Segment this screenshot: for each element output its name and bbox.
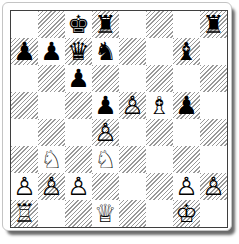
square-d5[interactable]: ♟ <box>92 92 119 119</box>
square-a3[interactable] <box>11 146 38 173</box>
square-g1[interactable]: ♔ <box>173 200 200 227</box>
square-a6[interactable] <box>11 65 38 92</box>
square-f5[interactable]: ♗ <box>146 92 173 119</box>
square-a2[interactable]: ♙ <box>11 173 38 200</box>
square-h7[interactable] <box>200 38 227 65</box>
square-d3[interactable]: ♘ <box>92 146 119 173</box>
square-d6[interactable] <box>92 65 119 92</box>
square-c6[interactable]: ♟ <box>65 65 92 92</box>
square-c5[interactable] <box>65 92 92 119</box>
square-a8[interactable] <box>11 11 38 38</box>
square-c7[interactable]: ♛ <box>65 38 92 65</box>
piece-white-pawn: ♙ <box>202 173 224 200</box>
square-a5[interactable] <box>11 92 38 119</box>
square-g4[interactable] <box>173 119 200 146</box>
square-e1[interactable] <box>119 200 146 227</box>
square-g3[interactable] <box>173 146 200 173</box>
square-e4[interactable] <box>119 119 146 146</box>
piece-white-pawn: ♙ <box>13 173 35 200</box>
square-h1[interactable] <box>200 200 227 227</box>
piece-black-pawn: ♟ <box>175 92 197 119</box>
piece-white-pawn: ♙ <box>121 92 143 119</box>
square-b6[interactable] <box>38 65 65 92</box>
square-f6[interactable] <box>146 65 173 92</box>
square-e2[interactable] <box>119 173 146 200</box>
square-g7[interactable]: ♝ <box>173 38 200 65</box>
photo-frame: ♚♜♜♟♟♛♞♝♟♟♙♗♟♙♘♘♙♙♙♙♙♖♕♔ <box>2 2 232 231</box>
square-g5[interactable]: ♟ <box>173 92 200 119</box>
piece-white-queen: ♕ <box>94 200 116 227</box>
piece-black-pawn: ♟ <box>94 92 116 119</box>
piece-white-knight: ♘ <box>40 146 62 173</box>
square-e3[interactable] <box>119 146 146 173</box>
piece-black-queen: ♛ <box>67 38 89 65</box>
piece-black-pawn: ♟ <box>13 38 35 65</box>
piece-black-bishop: ♝ <box>175 38 197 65</box>
square-f7[interactable] <box>146 38 173 65</box>
piece-white-pawn: ♙ <box>40 173 62 200</box>
square-f8[interactable] <box>146 11 173 38</box>
piece-white-king: ♔ <box>175 200 197 227</box>
square-d4[interactable]: ♙ <box>92 119 119 146</box>
square-h6[interactable] <box>200 65 227 92</box>
square-g2[interactable]: ♙ <box>173 173 200 200</box>
diagram-canvas: ♚♜♜♟♟♛♞♝♟♟♙♗♟♙♘♘♙♙♙♙♙♖♕♔ <box>0 0 239 244</box>
square-b1[interactable] <box>38 200 65 227</box>
square-h5[interactable] <box>200 92 227 119</box>
square-c4[interactable] <box>65 119 92 146</box>
square-b4[interactable] <box>38 119 65 146</box>
square-f2[interactable] <box>146 173 173 200</box>
piece-white-pawn: ♙ <box>175 173 197 200</box>
piece-black-pawn: ♟ <box>67 65 89 92</box>
piece-white-pawn: ♙ <box>94 119 116 146</box>
square-h4[interactable] <box>200 119 227 146</box>
square-c2[interactable]: ♙ <box>65 173 92 200</box>
chess-board: ♚♜♜♟♟♛♞♝♟♟♙♗♟♙♘♘♙♙♙♙♙♖♕♔ <box>10 10 228 228</box>
piece-white-pawn: ♙ <box>67 173 89 200</box>
piece-black-rook: ♜ <box>94 11 116 38</box>
square-d1[interactable]: ♕ <box>92 200 119 227</box>
piece-black-pawn: ♟ <box>40 38 62 65</box>
square-c8[interactable]: ♚ <box>65 11 92 38</box>
square-d8[interactable]: ♜ <box>92 11 119 38</box>
square-c1[interactable] <box>65 200 92 227</box>
square-b2[interactable]: ♙ <box>38 173 65 200</box>
square-h2[interactable]: ♙ <box>200 173 227 200</box>
square-e6[interactable] <box>119 65 146 92</box>
square-g8[interactable] <box>173 11 200 38</box>
square-g6[interactable] <box>173 65 200 92</box>
piece-white-rook: ♖ <box>13 200 35 227</box>
piece-black-knight: ♞ <box>94 38 116 65</box>
square-b3[interactable]: ♘ <box>38 146 65 173</box>
piece-white-knight: ♘ <box>94 146 116 173</box>
square-d7[interactable]: ♞ <box>92 38 119 65</box>
square-f1[interactable] <box>146 200 173 227</box>
piece-black-rook: ♜ <box>202 11 224 38</box>
square-f3[interactable] <box>146 146 173 173</box>
square-a1[interactable]: ♖ <box>11 200 38 227</box>
square-a4[interactable] <box>11 119 38 146</box>
piece-black-king: ♚ <box>67 11 89 38</box>
piece-white-bishop: ♗ <box>148 92 170 119</box>
square-h8[interactable]: ♜ <box>200 11 227 38</box>
square-h3[interactable] <box>200 146 227 173</box>
square-b5[interactable] <box>38 92 65 119</box>
square-a7[interactable]: ♟ <box>11 38 38 65</box>
square-b8[interactable] <box>38 11 65 38</box>
square-e7[interactable] <box>119 38 146 65</box>
square-f4[interactable] <box>146 119 173 146</box>
square-e8[interactable] <box>119 11 146 38</box>
square-d2[interactable] <box>92 173 119 200</box>
square-c3[interactable] <box>65 146 92 173</box>
square-b7[interactable]: ♟ <box>38 38 65 65</box>
square-e5[interactable]: ♙ <box>119 92 146 119</box>
